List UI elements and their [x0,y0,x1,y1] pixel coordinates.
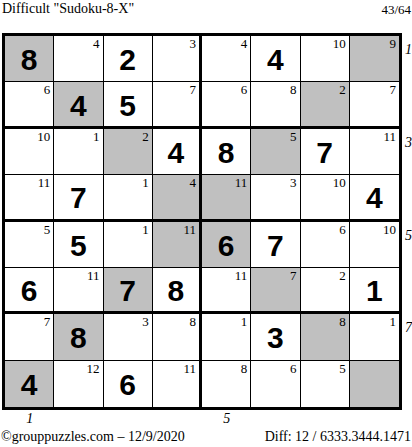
cell-r6c2: 11 [54,268,103,314]
cell-r4c2: 7 [54,175,103,221]
big-digit: 4 [350,175,399,218]
cell-r4c4: 4 [153,175,202,221]
cell-r5c2: 5 [54,222,103,268]
step-number: 4 [93,36,100,52]
row-label-1: 1 [405,43,412,57]
cell-r7c5: 1 [202,314,251,360]
cell-r6c3: 7 [104,268,153,314]
cell-r3c8: 11 [350,129,399,175]
step-number: 6 [290,361,297,377]
cell-r7c1: 7 [5,314,54,360]
step-number: 8 [339,314,346,330]
step-number: 3 [142,314,149,330]
step-number: 3 [190,36,197,52]
step-number: 12 [87,361,100,377]
cell-r7c3: 3 [104,314,153,360]
big-digit: 4 [54,82,102,125]
step-number: 10 [37,129,50,145]
cell-r8c1: 4 [5,361,54,407]
cell-r4c7: 10 [301,175,350,221]
step-number: 11 [235,268,248,284]
cell-r1c1: 8 [5,36,54,82]
step-number: 11 [235,175,248,191]
step-number: 1 [241,314,248,330]
step-number: 7 [190,82,197,98]
step-number: 2 [339,268,346,284]
cell-r8c7: 5 [301,361,350,407]
step-number: 10 [383,222,396,238]
big-digit: 2 [104,36,152,81]
big-digit: 8 [54,314,102,359]
step-number: 6 [241,82,248,98]
step-number: 8 [190,314,197,330]
cell-r2c3: 5 [104,82,153,128]
step-number: 5 [339,361,346,377]
step-number: 2 [142,129,149,145]
step-number: 8 [290,82,297,98]
cell-r3c6: 5 [251,129,300,175]
step-number: 2 [339,82,346,98]
cell-r8c4: 11 [153,361,202,407]
cell-r4c1: 11 [5,175,54,221]
cell-r1c8: 9 [350,36,399,82]
step-number: 1 [142,222,149,238]
cell-r6c6: 7 [251,268,300,314]
cell-r8c2: 12 [54,361,103,407]
step-number: 11 [87,268,100,284]
step-number: 10 [333,36,346,52]
cell-r7c8: 1 [350,314,399,360]
cell-r7c2: 8 [54,314,103,360]
big-digit: 5 [104,82,152,125]
cell-r6c7: 2 [301,268,350,314]
big-digit: 4 [251,36,299,81]
cell-r6c4: 8 [153,268,202,314]
big-digit: 3 [251,314,299,359]
cell-r7c7: 8 [301,314,350,360]
big-digit: 8 [202,129,250,174]
cell-r5c6: 7 [251,222,300,268]
step-number: 11 [383,129,396,145]
cell-r3c2: 1 [54,129,103,175]
cell-r5c3: 1 [104,222,153,268]
clue-counter: 43/64 [381,2,411,18]
step-number: 4 [190,175,197,191]
cell-r4c8: 4 [350,175,399,221]
cell-r4c3: 1 [104,175,153,221]
cell-r7c6: 3 [251,314,300,360]
cell-r5c5: 6 [202,222,251,268]
cell-r1c3: 2 [104,36,153,82]
step-number: 7 [290,268,297,284]
step-number: 6 [44,82,51,98]
big-digit: 7 [54,175,102,218]
cell-r1c5: 4 [202,36,251,82]
cell-r8c5: 8 [202,361,251,407]
step-number: 4 [241,36,248,52]
row-label-7: 7 [405,321,412,335]
big-digit: 4 [5,361,53,407]
step-number: 11 [183,361,196,377]
step-number: 1 [142,175,149,191]
cell-r4c5: 11 [202,175,251,221]
big-digit: 7 [301,129,349,174]
step-number: 1 [390,314,397,330]
big-digit: 7 [104,268,152,311]
row-label-3: 3 [405,136,412,150]
difficulty-text: Diff: 12 / 6333.3444.1471 [265,429,411,445]
row-label-5: 5 [405,229,412,243]
step-number: 3 [290,175,297,191]
step-number: 10 [333,175,346,191]
cell-r8c6: 6 [251,361,300,407]
cell-r1c4: 3 [153,36,202,82]
cell-r2c7: 2 [301,82,350,128]
cell-r5c7: 6 [301,222,350,268]
cell-r3c7: 7 [301,129,350,175]
puzzle-page: Difficult "Sudoku-8-X" 43/64 84234410964… [0,0,412,447]
step-number: 6 [339,222,346,238]
step-number: 5 [44,222,51,238]
cell-r1c6: 4 [251,36,300,82]
cell-r2c8: 7 [350,82,399,128]
step-number: 1 [93,129,100,145]
cell-r1c2: 4 [54,36,103,82]
cell-r2c4: 7 [153,82,202,128]
big-digit: 6 [202,222,250,267]
step-number: 7 [390,82,397,98]
col-label-5: 5 [223,411,230,427]
cell-r3c3: 2 [104,129,153,175]
big-digit: 5 [54,222,102,267]
big-digit: 6 [5,268,53,311]
big-digit: 4 [153,129,199,174]
cell-r2c6: 8 [251,82,300,128]
big-digit: 6 [104,361,152,407]
cell-r3c1: 10 [5,129,54,175]
cell-r6c5: 11 [202,268,251,314]
big-digit: 7 [251,222,299,267]
step-number: 9 [390,36,397,52]
cell-r3c5: 8 [202,129,251,175]
cell-r1c7: 10 [301,36,350,82]
cell-r5c8: 10 [350,222,399,268]
cell-r7c4: 8 [153,314,202,360]
cell-r5c1: 5 [5,222,54,268]
step-number: 11 [183,222,196,238]
cell-r3c4: 4 [153,129,202,175]
cell-r8c8 [350,361,399,407]
cell-r2c5: 6 [202,82,251,128]
big-digit: 1 [350,268,399,311]
copyright-text: ©grouppuzzles.com – 12/9/2020 [1,429,185,445]
cell-r4c6: 3 [251,175,300,221]
cell-r6c1: 6 [5,268,54,314]
sudoku-board: 8423441096457682710124857111171411310455… [2,33,402,410]
cell-r5c4: 11 [153,222,202,268]
big-digit: 8 [5,36,53,81]
cell-r2c2: 4 [54,82,103,128]
cell-r6c8: 1 [350,268,399,314]
step-number: 8 [241,361,248,377]
big-digit: 8 [153,268,199,311]
cell-r2c1: 6 [5,82,54,128]
puzzle-title: Difficult "Sudoku-8-X" [2,1,134,17]
step-number: 7 [44,314,51,330]
step-number: 5 [290,129,297,145]
col-label-1: 1 [26,411,33,427]
step-number: 11 [38,175,51,191]
cell-r8c3: 6 [104,361,153,407]
